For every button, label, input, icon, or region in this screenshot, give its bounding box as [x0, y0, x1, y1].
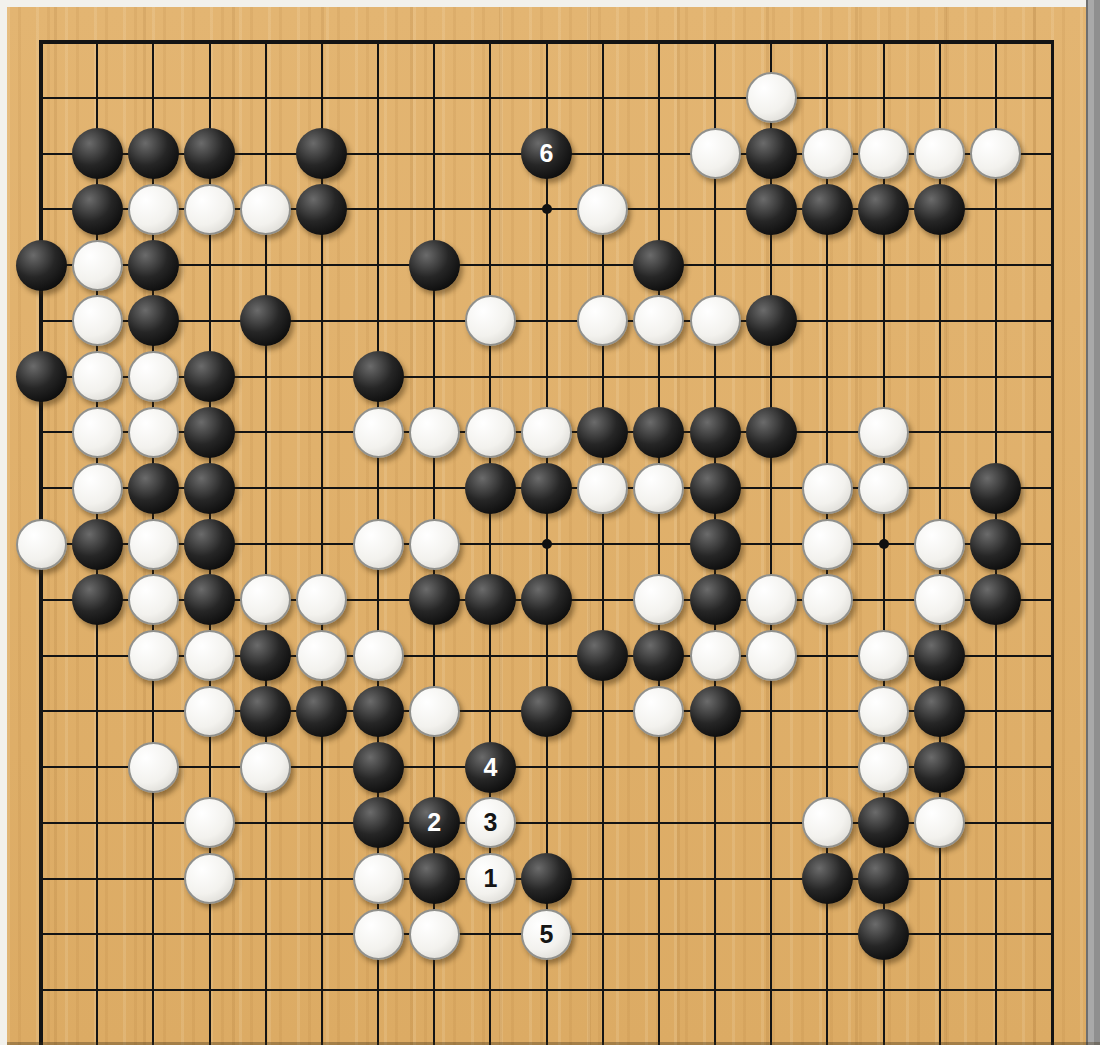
black-stone [521, 463, 572, 514]
grid-line-vertical [658, 40, 660, 1045]
white-stone [72, 351, 123, 402]
white-stone [914, 519, 965, 570]
black-stone [184, 463, 235, 514]
black-stone [184, 351, 235, 402]
black-stone: 6 [521, 128, 572, 179]
black-stone [128, 128, 179, 179]
white-stone [72, 240, 123, 291]
white-stone [690, 128, 741, 179]
black-stone [746, 184, 797, 235]
white-stone [746, 630, 797, 681]
white-stone [72, 407, 123, 458]
grid-line-horizontal [39, 989, 1054, 991]
black-stone [690, 463, 741, 514]
black-stone [409, 240, 460, 291]
board-right-shadow [1086, 0, 1100, 1045]
white-stone [633, 463, 684, 514]
black-stone [128, 240, 179, 291]
black-stone: 4 [465, 742, 516, 793]
black-stone [633, 407, 684, 458]
white-stone [409, 407, 460, 458]
black-stone [184, 407, 235, 458]
black-stone [296, 184, 347, 235]
star-point [879, 539, 889, 549]
black-stone [914, 630, 965, 681]
white-stone [353, 630, 404, 681]
black-stone [970, 463, 1021, 514]
white-stone [72, 295, 123, 346]
white-stone [858, 686, 909, 737]
white-stone [690, 295, 741, 346]
black-stone [240, 630, 291, 681]
white-stone [858, 407, 909, 458]
grid-line-vertical [1051, 40, 1054, 1045]
black-stone [72, 574, 123, 625]
white-stone [72, 463, 123, 514]
black-stone [240, 686, 291, 737]
black-stone [746, 407, 797, 458]
black-stone [465, 463, 516, 514]
go-diagram: 642315 [0, 0, 1100, 1045]
white-stone [802, 463, 853, 514]
black-stone [802, 184, 853, 235]
black-stone [72, 519, 123, 570]
white-stone [802, 519, 853, 570]
white-stone [746, 72, 797, 123]
white-stone [128, 742, 179, 793]
white-stone [16, 519, 67, 570]
white-stone [353, 407, 404, 458]
black-stone [353, 351, 404, 402]
white-stone [128, 574, 179, 625]
black-stone [914, 742, 965, 793]
white-stone [465, 407, 516, 458]
white-stone [802, 574, 853, 625]
move-number: 2 [427, 810, 441, 835]
black-stone: 2 [409, 797, 460, 848]
white-stone [184, 184, 235, 235]
white-stone [746, 574, 797, 625]
black-stone [72, 184, 123, 235]
black-stone [914, 686, 965, 737]
black-stone [521, 686, 572, 737]
black-stone [690, 574, 741, 625]
black-stone [802, 853, 853, 904]
black-stone [746, 295, 797, 346]
white-stone: 1 [465, 853, 516, 904]
white-stone [409, 519, 460, 570]
black-stone [690, 686, 741, 737]
white-stone [690, 630, 741, 681]
white-stone [802, 797, 853, 848]
black-stone [184, 128, 235, 179]
black-stone [184, 574, 235, 625]
black-stone [16, 240, 67, 291]
black-stone [128, 463, 179, 514]
white-stone [521, 407, 572, 458]
white-stone [914, 128, 965, 179]
white-stone: 3 [465, 797, 516, 848]
white-stone [353, 909, 404, 960]
white-stone [858, 630, 909, 681]
white-stone [128, 519, 179, 570]
black-stone [690, 519, 741, 570]
move-number: 4 [483, 755, 497, 780]
black-stone [465, 574, 516, 625]
move-number: 6 [540, 141, 554, 166]
black-stone [633, 240, 684, 291]
black-stone [746, 128, 797, 179]
white-stone [128, 184, 179, 235]
white-stone [409, 909, 460, 960]
black-stone [577, 407, 628, 458]
white-stone [802, 128, 853, 179]
white-stone [353, 519, 404, 570]
white-stone: 5 [521, 909, 572, 960]
white-stone [128, 351, 179, 402]
black-stone [690, 407, 741, 458]
black-stone [296, 686, 347, 737]
black-stone [970, 519, 1021, 570]
black-stone [521, 853, 572, 904]
black-stone [353, 686, 404, 737]
white-stone [184, 630, 235, 681]
star-point [542, 204, 552, 214]
white-stone [577, 463, 628, 514]
black-stone [353, 797, 404, 848]
black-stone [353, 742, 404, 793]
white-stone [858, 742, 909, 793]
white-stone [577, 184, 628, 235]
black-stone [409, 853, 460, 904]
black-stone [858, 853, 909, 904]
black-stone [72, 128, 123, 179]
white-stone [184, 686, 235, 737]
white-stone [858, 128, 909, 179]
white-stone [353, 853, 404, 904]
white-stone [858, 463, 909, 514]
black-stone [16, 351, 67, 402]
star-point [542, 539, 552, 549]
black-stone [577, 630, 628, 681]
black-stone [914, 184, 965, 235]
black-stone [858, 184, 909, 235]
black-stone [409, 574, 460, 625]
black-stone [128, 295, 179, 346]
white-stone [184, 853, 235, 904]
black-stone [521, 574, 572, 625]
black-stone [184, 519, 235, 570]
move-number: 1 [483, 866, 497, 891]
black-stone [858, 909, 909, 960]
white-stone [128, 407, 179, 458]
move-number: 5 [540, 922, 554, 947]
white-stone [240, 184, 291, 235]
move-number: 3 [483, 810, 497, 835]
white-stone [240, 742, 291, 793]
white-stone [409, 686, 460, 737]
white-stone [465, 295, 516, 346]
white-stone [128, 630, 179, 681]
white-stone [633, 686, 684, 737]
